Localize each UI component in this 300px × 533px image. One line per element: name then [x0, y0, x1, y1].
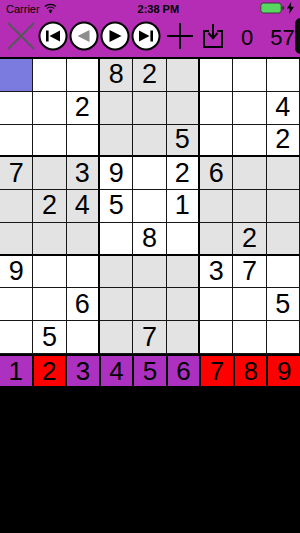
- cell-r4c4[interactable]: 9: [100, 157, 133, 190]
- footer-black-area: [0, 386, 300, 533]
- skip-to-end-button[interactable]: [131, 21, 161, 54]
- cell-r3c2[interactable]: [33, 125, 66, 158]
- x-icon: [3, 20, 37, 55]
- cell-r7c3[interactable]: [67, 256, 100, 289]
- cell-r2c3[interactable]: 2: [67, 92, 100, 125]
- playback-controls: [38, 21, 161, 54]
- top-chrome: Carrier 2:38 PM: [0, 0, 300, 57]
- cell-r2c1[interactable]: [0, 92, 33, 125]
- cell-r7c4[interactable]: [100, 256, 133, 289]
- plus-icon: [166, 21, 194, 54]
- cell-r7c9[interactable]: [267, 256, 300, 289]
- cell-r2c6[interactable]: [167, 92, 200, 125]
- cell-r1c6[interactable]: [167, 59, 200, 92]
- cell-r9c1[interactable]: [0, 321, 33, 354]
- number-key-4[interactable]: 4: [101, 356, 133, 387]
- number-key-8[interactable]: 8: [235, 356, 267, 387]
- cell-r1c1[interactable]: [0, 59, 33, 92]
- forward-icon: [100, 21, 130, 54]
- sudoku-grid: 822452739262451829376557: [0, 57, 300, 354]
- status-bar: Carrier 2:38 PM: [0, 0, 300, 18]
- cell-r9c8[interactable]: [233, 321, 266, 354]
- app-screen: Carrier 2:38 PM: [0, 0, 300, 533]
- cell-r9c6[interactable]: [167, 321, 200, 354]
- cell-r6c2[interactable]: [33, 223, 66, 256]
- cell-r9c4[interactable]: [100, 321, 133, 354]
- cell-r3c3[interactable]: [67, 125, 100, 158]
- carrier-label: Carrier: [6, 3, 40, 15]
- cell-r5c9[interactable]: [267, 190, 300, 223]
- cell-r2c8[interactable]: [233, 92, 266, 125]
- step-forward-button[interactable]: [100, 21, 130, 54]
- cell-r8c3[interactable]: 6: [67, 288, 100, 321]
- cell-r4c5[interactable]: [133, 157, 166, 190]
- charging-bolt-icon: [287, 0, 294, 18]
- cell-r8c1[interactable]: [0, 288, 33, 321]
- cell-r8c9[interactable]: 5: [267, 288, 300, 321]
- cell-r2c2[interactable]: [33, 92, 66, 125]
- cell-r1c2[interactable]: [33, 59, 66, 92]
- cell-r7c5[interactable]: [133, 256, 166, 289]
- cell-r9c5[interactable]: 7: [133, 321, 166, 354]
- cell-r2c9[interactable]: 4: [267, 92, 300, 125]
- cell-r6c9[interactable]: [267, 223, 300, 256]
- toolbar: 0 57: [0, 18, 300, 57]
- number-key-6[interactable]: 6: [168, 356, 200, 387]
- cell-r7c6[interactable]: [167, 256, 200, 289]
- cell-r7c2[interactable]: [33, 256, 66, 289]
- cell-r5c5[interactable]: [133, 190, 166, 223]
- cell-r3c7[interactable]: [200, 125, 233, 158]
- number-key-9[interactable]: 9: [268, 356, 300, 387]
- wifi-icon: [44, 3, 57, 15]
- cell-r5c7[interactable]: [200, 190, 233, 223]
- cell-r3c8[interactable]: [233, 125, 266, 158]
- clock: 2:38 PM: [138, 3, 180, 15]
- cell-r6c7[interactable]: [200, 223, 233, 256]
- cell-r8c4[interactable]: [100, 288, 133, 321]
- cell-r1c7[interactable]: [200, 59, 233, 92]
- counter-right: 57: [270, 18, 294, 57]
- cell-r8c5[interactable]: [133, 288, 166, 321]
- skip-start-icon: [38, 21, 68, 54]
- cell-r9c2[interactable]: 5: [33, 321, 66, 354]
- cell-r6c8[interactable]: 2: [233, 223, 266, 256]
- import-button[interactable]: [200, 22, 226, 53]
- cell-r7c1[interactable]: 9: [0, 256, 33, 289]
- cell-r9c9[interactable]: [267, 321, 300, 354]
- cell-r1c5[interactable]: 2: [133, 59, 166, 92]
- cell-r3c9[interactable]: 2: [267, 125, 300, 158]
- cell-r4c2[interactable]: [33, 157, 66, 190]
- import-icon: [200, 22, 226, 53]
- cell-r3c5[interactable]: [133, 125, 166, 158]
- cell-r1c4[interactable]: 8: [100, 59, 133, 92]
- cell-r3c6[interactable]: 5: [167, 125, 200, 158]
- cell-r6c6[interactable]: [167, 223, 200, 256]
- cell-r5c3[interactable]: 4: [67, 190, 100, 223]
- cell-r2c5[interactable]: [133, 92, 166, 125]
- cell-r4c1[interactable]: 7: [0, 157, 33, 190]
- number-key-5[interactable]: 5: [134, 356, 166, 387]
- cell-r4c7[interactable]: 6: [200, 157, 233, 190]
- cell-r1c3[interactable]: [67, 59, 100, 92]
- cell-r3c4[interactable]: [100, 125, 133, 158]
- status-light[interactable]: [295, 18, 300, 58]
- cell-r9c7[interactable]: [200, 321, 233, 354]
- cell-r4c9[interactable]: [267, 157, 300, 190]
- cell-r8c2[interactable]: [33, 288, 66, 321]
- cell-r1c9[interactable]: [267, 59, 300, 92]
- number-key-2[interactable]: 2: [34, 356, 66, 387]
- cell-r4c8[interactable]: [233, 157, 266, 190]
- cell-r2c7[interactable]: [200, 92, 233, 125]
- cell-r9c3[interactable]: [67, 321, 100, 354]
- cell-r3c1[interactable]: [0, 125, 33, 158]
- cell-r5c1[interactable]: [0, 190, 33, 223]
- cell-r5c4[interactable]: 5: [100, 190, 133, 223]
- cell-r7c8[interactable]: 7: [233, 256, 266, 289]
- skip-to-start-button[interactable]: [38, 21, 68, 54]
- number-key-3[interactable]: 3: [67, 356, 99, 387]
- cell-r5c2[interactable]: 2: [33, 190, 66, 223]
- cell-r5c6[interactable]: 1: [167, 190, 200, 223]
- cell-r4c3[interactable]: 3: [67, 157, 100, 190]
- cell-r4c6[interactable]: 2: [167, 157, 200, 190]
- cell-r8c8[interactable]: [233, 288, 266, 321]
- cell-r1c8[interactable]: [233, 59, 266, 92]
- cell-r2c4[interactable]: [100, 92, 133, 125]
- cell-r5c8[interactable]: [233, 190, 266, 223]
- number-bar: 123456789: [0, 354, 300, 386]
- battery-charging-icon: [260, 0, 285, 18]
- step-back-button[interactable]: [69, 21, 99, 54]
- number-key-7[interactable]: 7: [201, 356, 233, 387]
- cell-r6c5[interactable]: 8: [133, 223, 166, 256]
- skip-end-icon: [131, 21, 161, 54]
- status-left: Carrier: [6, 3, 57, 15]
- close-button[interactable]: [3, 20, 37, 55]
- back-icon: [69, 21, 99, 54]
- add-button[interactable]: [166, 21, 194, 54]
- cell-r6c1[interactable]: [0, 223, 33, 256]
- traffic-light-icon: [295, 18, 300, 58]
- cell-r8c7[interactable]: [200, 288, 233, 321]
- status-right: [260, 0, 294, 18]
- counter-left: 0: [241, 18, 253, 57]
- cell-r6c4[interactable]: [100, 223, 133, 256]
- number-key-1[interactable]: 1: [0, 356, 32, 387]
- cell-r6c3[interactable]: [67, 223, 100, 256]
- cell-r8c6[interactable]: [167, 288, 200, 321]
- cell-r7c7[interactable]: 3: [200, 256, 233, 289]
